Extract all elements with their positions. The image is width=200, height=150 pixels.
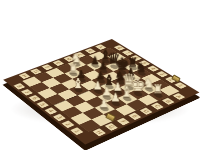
coordinate-label: 4 [44, 107, 57, 115]
square[interactable] [30, 82, 50, 92]
coordinate-label: 1 [174, 82, 187, 89]
coordinate-label: 7 [21, 89, 33, 96]
white-pawn[interactable]: ♟ [95, 97, 114, 109]
chess-set-photo: ♜♞♝♛♚♟♞♜♟♟♞♛♚♞♟♝♟♝♜♟♟♟♟♝♟ 88AA77BB66CC55… [0, 0, 200, 150]
coordinate-label: 8 [13, 83, 25, 90]
coordinate-label: 2 [61, 120, 74, 128]
coordinate-label: 3 [53, 114, 66, 122]
coordinate-label: H [92, 128, 106, 136]
coordinate-label: 3 [156, 71, 168, 77]
coordinate-label: G [105, 123, 119, 131]
white-bishop[interactable]: ♝ [69, 76, 87, 90]
white-rook[interactable]: ♜ [149, 83, 167, 95]
coordinate-label: C [151, 103, 164, 110]
chess-board: ♜♞♝♛♚♟♞♜♟♟♞♛♚♞♟♝♟♝♜♟♟♟♟♝♟ 88AA77BB66CC55… [3, 39, 199, 144]
coordinate-label: 6 [28, 95, 41, 102]
coordinate-label: E [128, 113, 141, 121]
coordinate-label: D [140, 108, 153, 116]
coordinate-label: A [172, 93, 185, 100]
coordinate-label: B [162, 98, 175, 105]
coordinate-label: 1 [70, 127, 84, 135]
coordinate-label: F [116, 118, 129, 126]
board-3d-wrap: ♜♞♝♛♚♟♞♜♟♟♞♛♚♞♟♝♟♝♜♟♟♟♟♝♟ 88AA77BB66CC55… [3, 39, 199, 144]
